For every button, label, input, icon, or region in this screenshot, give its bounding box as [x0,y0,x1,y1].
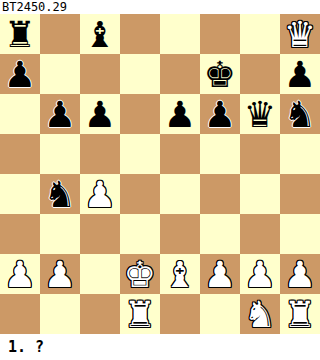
black-knight: ♞ [40,174,80,214]
square-f1[interactable] [200,294,240,334]
black-pawn: ♟ [0,54,40,94]
black-rook: ♜ [0,14,40,54]
white-pawn: ♟ [80,174,120,214]
black-king: ♚ [200,54,240,94]
square-f8[interactable] [200,14,240,54]
square-f2[interactable]: ♟ [200,254,240,294]
square-g5[interactable] [240,134,280,174]
square-b5[interactable] [40,134,80,174]
black-pawn: ♟ [160,94,200,134]
square-f7[interactable]: ♚ [200,54,240,94]
white-king: ♚ [120,254,160,294]
square-b3[interactable] [40,214,80,254]
square-a3[interactable] [0,214,40,254]
square-d3[interactable] [120,214,160,254]
square-e7[interactable] [160,54,200,94]
square-e8[interactable] [160,14,200,54]
black-queen: ♛ [240,94,280,134]
square-g1[interactable]: ♞ [240,294,280,334]
square-b6[interactable]: ♟ [40,94,80,134]
square-e4[interactable] [160,174,200,214]
square-a5[interactable] [0,134,40,174]
black-pawn: ♟ [80,94,120,134]
square-a1[interactable] [0,294,40,334]
white-queen: ♛ [280,14,320,54]
square-c7[interactable] [80,54,120,94]
white-pawn: ♟ [200,254,240,294]
square-h6[interactable]: ♞ [280,94,320,134]
square-g4[interactable] [240,174,280,214]
square-d1[interactable]: ♜ [120,294,160,334]
white-bishop: ♝ [160,254,200,294]
square-e1[interactable] [160,294,200,334]
white-pawn: ♟ [280,254,320,294]
black-knight: ♞ [280,94,320,134]
square-c3[interactable] [80,214,120,254]
square-h7[interactable]: ♟ [280,54,320,94]
white-pawn: ♟ [40,254,80,294]
square-h4[interactable] [280,174,320,214]
white-rook: ♜ [120,294,160,334]
white-pawn: ♟ [0,254,40,294]
black-bishop: ♝ [80,14,120,54]
square-e2[interactable]: ♝ [160,254,200,294]
black-pawn: ♟ [280,54,320,94]
square-g2[interactable]: ♟ [240,254,280,294]
square-g7[interactable] [240,54,280,94]
square-d6[interactable] [120,94,160,134]
square-e6[interactable]: ♟ [160,94,200,134]
square-g3[interactable] [240,214,280,254]
square-a2[interactable]: ♟ [0,254,40,294]
square-c4[interactable]: ♟ [80,174,120,214]
square-d8[interactable] [120,14,160,54]
square-f4[interactable] [200,174,240,214]
chess-app-window: BT2450.29 ♜♝♛♟♚♟♟♟♟♟♛♞♞♟♟♟♚♝♟♟♟♜♞♜ 1. ? [0,0,320,360]
chess-board: ♜♝♛♟♚♟♟♟♟♟♛♞♞♟♟♟♚♝♟♟♟♜♞♜ [0,14,320,334]
square-e5[interactable] [160,134,200,174]
square-a7[interactable]: ♟ [0,54,40,94]
move-prompt: 1. ? [0,334,320,360]
black-pawn: ♟ [40,94,80,134]
square-b4[interactable]: ♞ [40,174,80,214]
square-c6[interactable]: ♟ [80,94,120,134]
square-f6[interactable]: ♟ [200,94,240,134]
square-h1[interactable]: ♜ [280,294,320,334]
square-d5[interactable] [120,134,160,174]
puzzle-title: BT2450.29 [0,0,320,14]
square-a8[interactable]: ♜ [0,14,40,54]
square-d4[interactable] [120,174,160,214]
square-f5[interactable] [200,134,240,174]
square-c1[interactable] [80,294,120,334]
black-pawn: ♟ [200,94,240,134]
square-b7[interactable] [40,54,80,94]
square-c5[interactable] [80,134,120,174]
square-h8[interactable]: ♛ [280,14,320,54]
square-h5[interactable] [280,134,320,174]
square-d7[interactable] [120,54,160,94]
square-h3[interactable] [280,214,320,254]
white-knight: ♞ [240,294,280,334]
square-g6[interactable]: ♛ [240,94,280,134]
square-d2[interactable]: ♚ [120,254,160,294]
white-rook: ♜ [280,294,320,334]
square-c2[interactable] [80,254,120,294]
square-b2[interactable]: ♟ [40,254,80,294]
square-h2[interactable]: ♟ [280,254,320,294]
square-g8[interactable] [240,14,280,54]
square-c8[interactable]: ♝ [80,14,120,54]
square-b8[interactable] [40,14,80,54]
square-a4[interactable] [0,174,40,214]
white-pawn: ♟ [240,254,280,294]
square-e3[interactable] [160,214,200,254]
square-a6[interactable] [0,94,40,134]
square-f3[interactable] [200,214,240,254]
square-b1[interactable] [40,294,80,334]
